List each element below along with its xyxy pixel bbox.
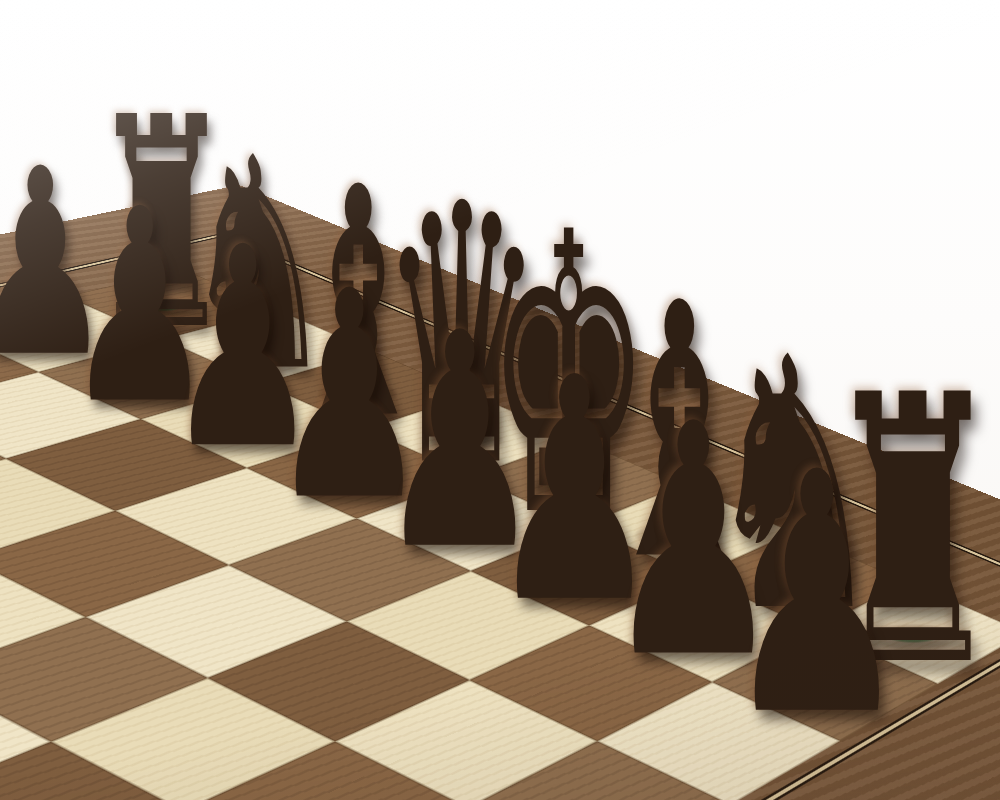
- pieces-layer: ♜♟♞♟♝♟♛♟♚♟♝♟♞♟♜♟: [0, 0, 1000, 800]
- pawn-glyph: ♟: [724, 430, 910, 762]
- chess-set-photo-scene: ♜♟♞♟♝♟♛♟♚♟♝♟♞♟♜♟: [0, 0, 1000, 800]
